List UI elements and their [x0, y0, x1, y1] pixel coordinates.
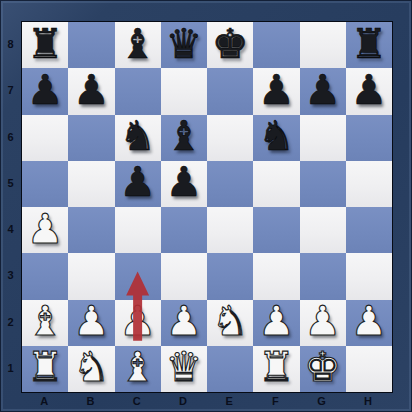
square-f5[interactable]: [253, 161, 299, 207]
black-pawn[interactable]: ♟: [350, 70, 387, 111]
square-f7[interactable]: ♟: [253, 68, 299, 114]
square-a7[interactable]: ♟: [22, 68, 68, 114]
rank-labels: 87654321: [0, 21, 21, 391]
square-f4[interactable]: [253, 207, 299, 253]
white-pawn[interactable]: ♟: [304, 301, 341, 342]
rank-label-8: 8: [0, 21, 21, 67]
file-labels: ABCDEFGH: [21, 391, 391, 411]
square-g5[interactable]: [300, 161, 346, 207]
square-a2[interactable]: ♝: [22, 300, 68, 346]
square-a6[interactable]: [22, 115, 68, 161]
square-g1[interactable]: ♚: [300, 346, 346, 392]
file-label-b: B: [67, 391, 113, 411]
white-pawn[interactable]: ♟: [73, 301, 110, 342]
square-f6[interactable]: ♞: [253, 115, 299, 161]
square-f1[interactable]: ♜: [253, 346, 299, 392]
square-e6[interactable]: [207, 115, 253, 161]
square-h2[interactable]: ♟: [346, 300, 392, 346]
black-pawn[interactable]: ♟: [73, 70, 110, 111]
file-label-g: G: [299, 391, 345, 411]
square-e2[interactable]: ♞: [207, 300, 253, 346]
square-e1[interactable]: [207, 346, 253, 392]
square-h7[interactable]: ♟: [346, 68, 392, 114]
square-c5[interactable]: ♟: [115, 161, 161, 207]
black-bishop[interactable]: ♝: [165, 116, 202, 157]
square-d1[interactable]: ♛: [161, 346, 207, 392]
rank-label-3: 3: [0, 252, 21, 298]
white-queen[interactable]: ♛: [165, 347, 202, 388]
square-d4[interactable]: [161, 207, 207, 253]
square-d2[interactable]: ♟: [161, 300, 207, 346]
square-g2[interactable]: ♟: [300, 300, 346, 346]
rank-label-6: 6: [0, 114, 21, 160]
square-g8[interactable]: [300, 22, 346, 68]
white-bishop[interactable]: ♝: [119, 347, 156, 388]
black-pawn[interactable]: ♟: [258, 70, 295, 111]
black-rook[interactable]: ♜: [27, 24, 64, 65]
chess-app: 87654321 ABCDEFGH ♜♝♛♚♜♟♟♟♟♟♞♝♞♟♟♟♝♟♟♟♞♟…: [0, 0, 412, 412]
black-king[interactable]: ♚: [212, 24, 249, 65]
square-c1[interactable]: ♝: [115, 346, 161, 392]
square-b3[interactable]: [68, 253, 114, 299]
rank-label-1: 1: [0, 345, 21, 391]
square-g7[interactable]: ♟: [300, 68, 346, 114]
white-knight[interactable]: ♞: [212, 301, 249, 342]
black-knight[interactable]: ♞: [119, 116, 156, 157]
square-f3[interactable]: [253, 253, 299, 299]
square-g3[interactable]: [300, 253, 346, 299]
black-rook[interactable]: ♜: [350, 24, 387, 65]
square-e7[interactable]: [207, 68, 253, 114]
black-pawn[interactable]: ♟: [27, 70, 64, 111]
black-queen[interactable]: ♛: [165, 24, 202, 65]
square-e4[interactable]: [207, 207, 253, 253]
square-d5[interactable]: ♟: [161, 161, 207, 207]
square-e3[interactable]: [207, 253, 253, 299]
file-label-d: D: [160, 391, 206, 411]
white-rook[interactable]: ♜: [27, 347, 64, 388]
file-label-e: E: [206, 391, 252, 411]
square-c2[interactable]: ♟: [115, 300, 161, 346]
file-label-c: C: [114, 391, 160, 411]
square-c6[interactable]: ♞: [115, 115, 161, 161]
file-label-a: A: [21, 391, 67, 411]
chess-board[interactable]: ♜♝♛♚♜♟♟♟♟♟♞♝♞♟♟♟♝♟♟♟♞♟♟♟♜♞♝♛♜♚: [21, 21, 393, 393]
square-a1[interactable]: ♜: [22, 346, 68, 392]
rank-label-7: 7: [0, 67, 21, 113]
square-h1[interactable]: [346, 346, 392, 392]
square-b5[interactable]: [68, 161, 114, 207]
square-b6[interactable]: [68, 115, 114, 161]
square-a3[interactable]: [22, 253, 68, 299]
square-d7[interactable]: [161, 68, 207, 114]
square-h4[interactable]: [346, 207, 392, 253]
file-label-h: H: [345, 391, 391, 411]
square-a8[interactable]: ♜: [22, 22, 68, 68]
square-c4[interactable]: [115, 207, 161, 253]
black-pawn[interactable]: ♟: [304, 70, 341, 111]
square-e5[interactable]: [207, 161, 253, 207]
square-h5[interactable]: [346, 161, 392, 207]
square-g6[interactable]: [300, 115, 346, 161]
square-c8[interactable]: ♝: [115, 22, 161, 68]
square-b2[interactable]: ♟: [68, 300, 114, 346]
square-a5[interactable]: [22, 161, 68, 207]
square-d6[interactable]: ♝: [161, 115, 207, 161]
white-pawn[interactable]: ♟: [258, 301, 295, 342]
square-f2[interactable]: ♟: [253, 300, 299, 346]
white-pawn[interactable]: ♟: [165, 301, 202, 342]
square-c3[interactable]: [115, 253, 161, 299]
square-f8[interactable]: [253, 22, 299, 68]
white-rook[interactable]: ♜: [258, 347, 295, 388]
square-b7[interactable]: ♟: [68, 68, 114, 114]
rank-label-2: 2: [0, 299, 21, 345]
black-pawn[interactable]: ♟: [119, 162, 156, 203]
square-h8[interactable]: ♜: [346, 22, 392, 68]
square-b1[interactable]: ♞: [68, 346, 114, 392]
rank-label-5: 5: [0, 160, 21, 206]
white-pawn[interactable]: ♟: [27, 209, 64, 250]
black-knight[interactable]: ♞: [258, 116, 295, 157]
square-b4[interactable]: [68, 207, 114, 253]
white-bishop[interactable]: ♝: [27, 301, 64, 342]
white-knight[interactable]: ♞: [73, 347, 110, 388]
square-d8[interactable]: ♛: [161, 22, 207, 68]
square-h6[interactable]: [346, 115, 392, 161]
rank-label-4: 4: [0, 206, 21, 252]
white-pawn[interactable]: ♟: [350, 301, 387, 342]
square-g4[interactable]: [300, 207, 346, 253]
square-h3[interactable]: [346, 253, 392, 299]
white-king[interactable]: ♚: [304, 347, 341, 388]
file-label-f: F: [252, 391, 298, 411]
black-pawn[interactable]: ♟: [165, 162, 202, 203]
square-d3[interactable]: [161, 253, 207, 299]
square-e8[interactable]: ♚: [207, 22, 253, 68]
white-pawn[interactable]: ♟: [119, 301, 156, 342]
square-b8[interactable]: [68, 22, 114, 68]
black-bishop[interactable]: ♝: [119, 24, 156, 65]
square-c7[interactable]: [115, 68, 161, 114]
square-a4[interactable]: ♟: [22, 207, 68, 253]
